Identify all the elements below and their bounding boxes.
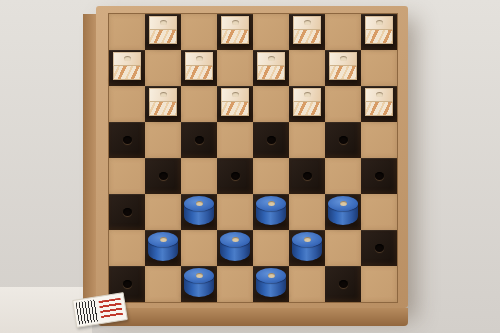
cube-side — [221, 101, 249, 116]
blue-piece-c1[interactable] — [184, 268, 214, 297]
cube-side — [365, 29, 393, 44]
wood-piece-h6[interactable] — [364, 88, 394, 117]
wood-piece-b6[interactable] — [148, 88, 178, 117]
square-d4[interactable] — [217, 158, 253, 194]
piece-peg-hole — [196, 273, 203, 278]
square-g7[interactable] — [325, 50, 361, 86]
square-a5[interactable] — [109, 122, 145, 158]
piece-peg-hole — [160, 92, 167, 97]
square-d6[interactable] — [217, 86, 253, 122]
piece-peg-hole — [196, 201, 203, 206]
square-f2[interactable] — [289, 230, 325, 266]
peg-hole — [303, 172, 312, 180]
square-d2[interactable] — [217, 230, 253, 266]
square-b3 — [145, 194, 181, 230]
piece-peg-hole — [268, 201, 275, 206]
peg-hole — [123, 136, 132, 144]
piece-peg-hole — [304, 20, 311, 25]
square-g6 — [325, 86, 361, 122]
piece-peg-hole — [268, 56, 275, 61]
square-c2 — [181, 230, 217, 266]
cube-side — [221, 29, 249, 44]
wood-piece-b8[interactable] — [148, 16, 178, 45]
square-e7[interactable] — [253, 50, 289, 86]
square-f1 — [289, 266, 325, 302]
peg-hole — [339, 280, 348, 288]
blue-piece-d2[interactable] — [220, 232, 250, 261]
square-g8 — [325, 14, 361, 50]
square-h2[interactable] — [361, 230, 397, 266]
square-h8[interactable] — [361, 14, 397, 50]
square-e5[interactable] — [253, 122, 289, 158]
square-e4 — [253, 158, 289, 194]
board-left-edge — [83, 14, 96, 314]
peg-hole — [339, 136, 348, 144]
square-f3 — [289, 194, 325, 230]
barcode-icon — [76, 300, 99, 325]
square-d1 — [217, 266, 253, 302]
piece-peg-hole — [340, 201, 347, 206]
checkers-grid — [108, 13, 398, 303]
peg-hole — [159, 172, 168, 180]
square-a4 — [109, 158, 145, 194]
piece-peg-hole — [340, 56, 347, 61]
square-a6 — [109, 86, 145, 122]
piece-peg-hole — [232, 237, 239, 242]
square-f7 — [289, 50, 325, 86]
square-b8[interactable] — [145, 14, 181, 50]
square-a7[interactable] — [109, 50, 145, 86]
peg-hole — [123, 280, 132, 288]
scene: { "game": "checkers", "scene": { "descri… — [0, 0, 500, 333]
square-b1 — [145, 266, 181, 302]
square-a8 — [109, 14, 145, 50]
square-h4[interactable] — [361, 158, 397, 194]
blue-piece-f2[interactable] — [292, 232, 322, 261]
square-d5 — [217, 122, 253, 158]
blue-piece-g3[interactable] — [328, 196, 358, 225]
board-frame — [96, 6, 408, 308]
wood-piece-h8[interactable] — [364, 16, 394, 45]
blue-piece-b2[interactable] — [148, 232, 178, 261]
cube-side — [293, 101, 321, 116]
square-c4 — [181, 158, 217, 194]
piece-peg-hole — [304, 92, 311, 97]
peg-hole — [375, 172, 384, 180]
piece-peg-hole — [232, 20, 239, 25]
square-h5 — [361, 122, 397, 158]
piece-peg-hole — [304, 237, 311, 242]
wood-piece-g7[interactable] — [328, 52, 358, 81]
square-b5 — [145, 122, 181, 158]
square-h7 — [361, 50, 397, 86]
wood-piece-d8[interactable] — [220, 16, 250, 45]
piece-peg-hole — [376, 92, 383, 97]
square-g4 — [325, 158, 361, 194]
cube-side — [113, 65, 141, 80]
cube-side — [149, 29, 177, 44]
square-c5[interactable] — [181, 122, 217, 158]
cube-side — [293, 29, 321, 44]
square-f4[interactable] — [289, 158, 325, 194]
piece-peg-hole — [196, 56, 203, 61]
peg-hole — [375, 244, 384, 252]
square-h3 — [361, 194, 397, 230]
cube-side — [257, 65, 285, 80]
wood-piece-a7[interactable] — [112, 52, 142, 81]
square-d7 — [217, 50, 253, 86]
square-a2 — [109, 230, 145, 266]
piece-peg-hole — [124, 56, 131, 61]
square-b6[interactable] — [145, 86, 181, 122]
square-d8[interactable] — [217, 14, 253, 50]
piece-peg-hole — [376, 20, 383, 25]
blue-piece-e3[interactable] — [256, 196, 286, 225]
peg-hole — [267, 136, 276, 144]
square-d3 — [217, 194, 253, 230]
square-g5[interactable] — [325, 122, 361, 158]
square-c1[interactable] — [181, 266, 217, 302]
square-a3[interactable] — [109, 194, 145, 230]
square-h1 — [361, 266, 397, 302]
peg-hole — [231, 172, 240, 180]
cube-side — [149, 101, 177, 116]
square-g1[interactable] — [325, 266, 361, 302]
square-e6 — [253, 86, 289, 122]
piece-peg-hole — [160, 20, 167, 25]
square-c3[interactable] — [181, 194, 217, 230]
board-front-edge — [98, 308, 408, 326]
square-e3[interactable] — [253, 194, 289, 230]
square-f5 — [289, 122, 325, 158]
blue-piece-e1[interactable] — [256, 268, 286, 297]
square-f6[interactable] — [289, 86, 325, 122]
piece-peg-hole — [268, 273, 275, 278]
wood-piece-f6[interactable] — [292, 88, 322, 117]
piece-peg-hole — [160, 237, 167, 242]
square-c6 — [181, 86, 217, 122]
square-b2[interactable] — [145, 230, 181, 266]
square-g3[interactable] — [325, 194, 361, 230]
square-f8[interactable] — [289, 14, 325, 50]
wood-piece-d6[interactable] — [220, 88, 250, 117]
square-e1[interactable] — [253, 266, 289, 302]
peg-hole — [195, 136, 204, 144]
square-c8 — [181, 14, 217, 50]
square-e2 — [253, 230, 289, 266]
wood-piece-c7[interactable] — [184, 52, 214, 81]
peg-hole — [123, 208, 132, 216]
checkers-board-assembly — [96, 6, 408, 308]
wood-piece-e7[interactable] — [256, 52, 286, 81]
cube-side — [329, 65, 357, 80]
blue-piece-c3[interactable] — [184, 196, 214, 225]
square-e8 — [253, 14, 289, 50]
square-b7 — [145, 50, 181, 86]
square-b4[interactable] — [145, 158, 181, 194]
square-g2 — [325, 230, 361, 266]
cube-side — [185, 65, 213, 80]
wood-piece-f8[interactable] — [292, 16, 322, 45]
square-c7[interactable] — [181, 50, 217, 86]
square-h6[interactable] — [361, 86, 397, 122]
cube-side — [365, 101, 393, 116]
piece-peg-hole — [232, 92, 239, 97]
label-warning-text — [99, 298, 124, 319]
